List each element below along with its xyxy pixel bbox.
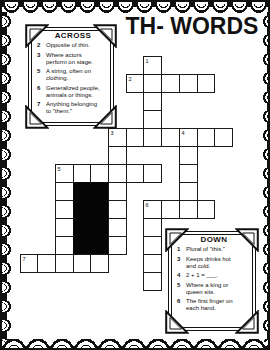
- cell-number: 2: [129, 76, 132, 82]
- grid-cell[interactable]: [179, 146, 198, 165]
- black-cell: [73, 236, 91, 255]
- cell-number: 1: [146, 58, 149, 64]
- scallop-border-right: [258, 12, 270, 342]
- grid-cell[interactable]: [143, 272, 162, 291]
- grid-cell[interactable]: [108, 236, 127, 255]
- grid-cell[interactable]: [143, 218, 162, 237]
- clue-number: 4: [177, 272, 186, 279]
- grid-cell[interactable]: 1: [143, 56, 162, 75]
- grid-cell[interactable]: [73, 164, 91, 183]
- grid-cell[interactable]: [108, 182, 127, 201]
- scallop-border-left: [2, 12, 16, 342]
- clue-item: 42 + 1 = ___.: [177, 272, 251, 279]
- grid-cell[interactable]: [55, 182, 74, 201]
- grid-cell[interactable]: [73, 254, 91, 273]
- grid-cell[interactable]: [179, 200, 198, 219]
- grid-cell[interactable]: [179, 74, 198, 93]
- grid-cell[interactable]: [161, 200, 180, 219]
- grid-cell[interactable]: [108, 146, 127, 165]
- down-clues-box: DOWN 1Plural of "this."3Keeps drinks hot…: [168, 231, 256, 331]
- grid-cell[interactable]: [55, 254, 74, 273]
- grid-cell[interactable]: [108, 164, 127, 183]
- grid-cell[interactable]: [108, 218, 127, 237]
- grid-cell[interactable]: 4: [179, 128, 198, 147]
- clue-text: The first finger on each hand.: [186, 298, 242, 312]
- grid-cell[interactable]: 7: [20, 254, 38, 273]
- grid-cell[interactable]: [55, 236, 74, 255]
- clue-item: 6Generalized people, animals or things.: [37, 85, 109, 99]
- grid-cell[interactable]: [143, 164, 162, 183]
- grid-cell[interactable]: [37, 254, 56, 273]
- grid-cell[interactable]: [90, 164, 109, 183]
- cell-number: 5: [58, 166, 61, 172]
- grid-cell[interactable]: [197, 74, 215, 93]
- clue-text: Keeps drinks hot and cold.: [186, 256, 242, 270]
- clue-number: 3: [177, 256, 186, 270]
- grid-cell[interactable]: [55, 218, 74, 237]
- corner-ribbon-icon: [165, 228, 189, 252]
- grid-cell[interactable]: 3: [108, 128, 127, 147]
- corner-ribbon-icon: [93, 24, 117, 48]
- corner-ribbon-icon: [165, 310, 189, 334]
- cell-number: 3: [111, 130, 114, 136]
- grid-cell[interactable]: [143, 110, 162, 129]
- clue-number: 5: [177, 282, 186, 296]
- clue-item: 5A string, often on clothing.: [37, 68, 109, 82]
- grid-cell[interactable]: [126, 128, 144, 147]
- clue-text: Generalized people, animals or things.: [46, 85, 102, 99]
- clue-text: 2 + 1 = ___.: [186, 272, 242, 279]
- corner-ribbon-icon: [235, 310, 259, 334]
- clue-text: Where actors perform on stage.: [46, 52, 102, 66]
- grid-cell[interactable]: 6: [143, 200, 162, 219]
- across-clues-box: ACROSS 2Opposite of thin.3Where actors p…: [28, 27, 114, 126]
- clue-item: 5Where a king or queen sits.: [177, 282, 251, 296]
- down-clue-list: 1Plural of "this."3Keeps drinks hot and …: [177, 246, 251, 312]
- worksheet-page: TH- WORDS ACROSS 2Opposite of thin.3Wher…: [0, 0, 270, 350]
- grid-cell[interactable]: [197, 200, 215, 219]
- clue-item: 3Keeps drinks hot and cold.: [177, 256, 251, 270]
- page-title: TH- WORDS: [118, 13, 266, 40]
- clue-number: 5: [37, 68, 46, 82]
- grid-cell[interactable]: 5: [55, 164, 74, 183]
- corner-ribbon-icon: [93, 105, 117, 129]
- grid-cell[interactable]: [55, 200, 74, 219]
- black-cell: [90, 200, 109, 219]
- black-cell: [73, 200, 91, 219]
- grid-cell[interactable]: [143, 92, 162, 111]
- grid-cell[interactable]: [214, 128, 233, 147]
- grid-cell[interactable]: [161, 128, 180, 147]
- grid-cell[interactable]: 2: [126, 74, 144, 93]
- grid-cell[interactable]: [126, 164, 144, 183]
- grid-cell[interactable]: [161, 74, 180, 93]
- black-cell: [73, 218, 91, 237]
- clue-text: A string, often on clothing.: [46, 68, 102, 82]
- cell-number: 4: [182, 130, 185, 136]
- black-cell: [90, 182, 109, 201]
- black-cell: [73, 182, 91, 201]
- corner-ribbon-icon: [25, 105, 49, 129]
- clue-item: 3Where actors perform on stage.: [37, 52, 109, 66]
- grid-cell[interactable]: [179, 182, 198, 201]
- grid-cell[interactable]: [143, 236, 162, 255]
- black-cell: [90, 236, 109, 255]
- black-cell: [90, 218, 109, 237]
- clue-number: 3: [37, 52, 46, 66]
- corner-ribbon-icon: [25, 24, 49, 48]
- grid-cell[interactable]: [143, 74, 162, 93]
- cell-number: 6: [146, 202, 149, 208]
- clue-text: Where a king or queen sits.: [186, 282, 242, 296]
- grid-cell[interactable]: [179, 164, 198, 183]
- grid-cell[interactable]: [143, 254, 162, 273]
- cell-number: 7: [23, 256, 26, 262]
- clue-text: Plural of "this.": [186, 246, 242, 253]
- clue-number: 6: [37, 85, 46, 99]
- grid-cell[interactable]: [90, 254, 109, 273]
- corner-ribbon-icon: [235, 228, 259, 252]
- grid-cell[interactable]: [108, 200, 127, 219]
- grid-cell[interactable]: [197, 128, 215, 147]
- grid-cell[interactable]: [143, 128, 162, 147]
